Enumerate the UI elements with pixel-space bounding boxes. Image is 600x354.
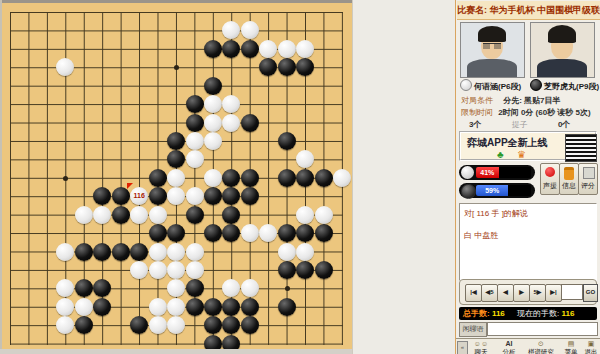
black-stone xyxy=(296,169,314,187)
chat-phrase-button[interactable]: 闲聊语 xyxy=(459,322,487,337)
cheer-button[interactable]: 声援 xyxy=(540,163,560,195)
briefcase-icon xyxy=(564,167,574,180)
black-stone xyxy=(112,187,130,205)
white-stone: 116 xyxy=(130,187,148,205)
board-bottom-edge xyxy=(0,349,352,354)
black-stone xyxy=(278,58,296,76)
white-player-photo xyxy=(460,22,525,78)
info-button-label: 信息 xyxy=(560,181,578,191)
black-stone xyxy=(186,206,204,224)
cheer-button-label: 声援 xyxy=(541,181,559,191)
conditions-label: 对局条件 xyxy=(461,96,493,105)
white-stone xyxy=(149,298,167,316)
commentary-box[interactable]: 对[ 116 手 ]的解说 白 中盘胜 xyxy=(459,203,597,281)
nav-back5-button[interactable]: ◀5 xyxy=(481,284,498,302)
white-stone xyxy=(204,132,222,150)
black-stone xyxy=(93,298,111,316)
black-stone xyxy=(186,298,204,316)
black-stone xyxy=(315,169,333,187)
black-winrate-value: 59% xyxy=(476,185,508,196)
white-stone xyxy=(204,114,222,132)
toolbar-ai-button[interactable]: AI 分析 xyxy=(497,340,521,354)
match-title: 比赛名: 华为手机杯 中国围棋甲级联赛 xyxy=(457,1,600,20)
black-stone xyxy=(204,298,222,316)
nav-back-button[interactable]: ◀ xyxy=(497,284,514,302)
black-stone xyxy=(149,187,167,205)
black-stone xyxy=(130,243,148,261)
white-stone xyxy=(130,206,148,224)
move-navigation: |◀ ◀5 ◀ ▶ 5▶ ▶| GO xyxy=(459,279,597,305)
black-stone xyxy=(186,95,204,113)
black-stone xyxy=(241,114,259,132)
white-player-shoulders xyxy=(467,59,517,78)
toolbar-research-label: 棋谱研究 xyxy=(528,348,554,354)
chat-row: 闲聊语 xyxy=(459,322,597,336)
white-stone xyxy=(56,243,74,261)
white-captures-count: 3个 xyxy=(469,120,481,129)
crown-icon: ♛ xyxy=(517,149,526,160)
black-stone xyxy=(315,261,333,279)
white-stone xyxy=(296,243,314,261)
last-move-flag-icon xyxy=(127,183,133,189)
time-limit-value: 2时间 0分 (60秒 读秒 5次) xyxy=(498,108,590,117)
captures-row: 3个 提子 0个 xyxy=(461,119,595,130)
move-number-label: 116 xyxy=(130,187,148,205)
white-stone xyxy=(278,243,296,261)
toolbar-ai-label: 分析 xyxy=(503,348,516,354)
move-number-input[interactable] xyxy=(561,284,583,300)
toolbar-exit-label: 退出 xyxy=(585,348,598,354)
white-stone xyxy=(222,114,240,132)
toolbar-exit-button[interactable]: ▣ 退出 xyxy=(582,340,600,354)
white-stone xyxy=(167,298,185,316)
notepad-icon xyxy=(583,167,595,179)
toolbar-chat-button[interactable]: ☺☺ 聊天 xyxy=(469,340,493,354)
black-player-name: 芝野虎丸(P9段) xyxy=(544,82,599,91)
black-winrate-track: 59% xyxy=(476,185,531,196)
white-stone xyxy=(149,243,167,261)
score-button[interactable]: 评分 xyxy=(578,163,598,195)
black-winrate-stone-icon xyxy=(461,184,476,199)
white-winrate-value: 41% xyxy=(476,167,499,178)
black-winrate-bar: 59% xyxy=(459,183,535,198)
toolbar-chat-label: 聊天 xyxy=(475,348,488,354)
white-stone xyxy=(167,243,185,261)
black-stone xyxy=(241,298,259,316)
chat-faces-icon: ☺☺ xyxy=(469,340,493,348)
white-stone xyxy=(149,316,167,334)
black-stone xyxy=(204,40,222,58)
white-stone xyxy=(75,298,93,316)
black-stone xyxy=(315,224,333,242)
white-stone xyxy=(241,224,259,242)
black-stone xyxy=(241,40,259,58)
black-player-row: 芝野虎丸(P9段) xyxy=(530,79,599,91)
white-stone xyxy=(186,243,204,261)
white-stone xyxy=(186,261,204,279)
black-stone xyxy=(75,243,93,261)
black-stone xyxy=(112,206,130,224)
white-stone xyxy=(186,132,204,150)
white-player-glasses xyxy=(483,43,501,49)
current-move-label: 现在的手数: xyxy=(517,309,559,318)
white-winrate-track: 41% xyxy=(476,167,531,178)
time-limit-row: 限制时间 2时间 0分 (60秒 读秒 5次) xyxy=(461,107,591,118)
board-top-edge xyxy=(0,0,352,3)
toolbar-research-button[interactable]: ⊙ 棋谱研究 xyxy=(524,340,558,354)
chat-input[interactable] xyxy=(487,322,598,336)
black-stone xyxy=(149,169,167,187)
current-move-value: 116 xyxy=(562,309,575,318)
nav-forward-button[interactable]: ▶ xyxy=(513,284,530,302)
white-stone xyxy=(333,169,351,187)
black-stone xyxy=(222,206,240,224)
black-captures-count: 0个 xyxy=(558,120,570,129)
app-banner[interactable]: 弈城APP全新上线 ♣ ♛ xyxy=(459,131,597,161)
door-icon: ▣ xyxy=(582,340,600,348)
black-stone xyxy=(278,132,296,150)
black-stone xyxy=(93,243,111,261)
black-stone xyxy=(204,224,222,242)
white-stone xyxy=(315,206,333,224)
white-winrate-bar: 41% xyxy=(459,165,535,180)
black-stone xyxy=(167,132,185,150)
white-stone xyxy=(204,95,222,113)
time-limit-label: 限制时间 xyxy=(461,108,493,117)
book-icon: ▤ xyxy=(560,340,582,348)
white-stone xyxy=(278,40,296,58)
total-moves-value: 116 xyxy=(492,309,505,318)
white-stone xyxy=(149,261,167,279)
bottom-toolbar: « ☺☺ 聊天 AI 分析 ⊙ 棋谱研究 ▤ 菜单 ▣ 退出 xyxy=(456,338,600,354)
black-player-photo xyxy=(530,22,595,78)
go-button[interactable]: GO xyxy=(583,284,598,302)
black-stone xyxy=(112,243,130,261)
go-board[interactable]: 116 xyxy=(0,0,352,354)
white-player-name: 何语涵(P6段) xyxy=(474,82,521,91)
cheer-ball-icon xyxy=(545,167,555,177)
nav-first-button[interactable]: |◀ xyxy=(465,284,482,302)
black-stone-icon xyxy=(530,79,542,91)
white-player-hair xyxy=(478,26,506,42)
collapse-button[interactable]: « xyxy=(457,341,468,354)
commentary-result-line: 白 中盘胜 xyxy=(464,230,498,241)
qr-code xyxy=(565,134,597,162)
black-stone xyxy=(278,298,296,316)
white-stone xyxy=(296,206,314,224)
black-stone xyxy=(186,114,204,132)
app-banner-text: 弈城APP全新上线 xyxy=(467,136,548,150)
ai-icon: AI xyxy=(497,340,521,348)
black-stone xyxy=(186,279,204,297)
black-player-hair xyxy=(548,25,576,43)
total-moves-label: 总手数: xyxy=(463,309,490,318)
black-player-shoulders xyxy=(537,59,587,78)
white-stone xyxy=(186,150,204,168)
score-button-label: 评分 xyxy=(579,181,597,191)
white-stone xyxy=(204,169,222,187)
magnifier-icon: ⊙ xyxy=(524,340,558,348)
conditions-row: 对局条件 分先: 黑贴7目半 xyxy=(461,95,561,106)
black-stone xyxy=(75,316,93,334)
board-gutter xyxy=(352,0,456,354)
nav-last-button[interactable]: ▶| xyxy=(545,284,562,302)
white-player-row: 何语涵(P6段) xyxy=(460,79,521,91)
toolbar-menu-label: 菜单 xyxy=(565,348,578,354)
black-stone xyxy=(278,169,296,187)
black-stone xyxy=(241,169,259,187)
move-count-bar: 总手数: 116 现在的手数: 116 xyxy=(459,307,597,320)
white-stone xyxy=(186,187,204,205)
white-stone xyxy=(149,206,167,224)
nav-forward5-button[interactable]: 5▶ xyxy=(529,284,546,302)
game-info-panel: 比赛名: 华为手机杯 中国围棋甲级联赛 何语涵(P6段) 芝野虎丸(P9段) 对… xyxy=(455,0,600,354)
black-stone xyxy=(149,224,167,242)
white-stone xyxy=(75,206,93,224)
club-icon: ♣ xyxy=(497,149,504,160)
white-winrate-stone-icon xyxy=(461,166,474,179)
info-button[interactable]: 信息 xyxy=(559,163,579,195)
board-left-edge xyxy=(0,0,2,354)
conditions-value: 分先: 黑贴7目半 xyxy=(503,96,560,105)
black-stone xyxy=(204,77,222,95)
black-stone xyxy=(278,261,296,279)
white-stone xyxy=(296,40,314,58)
white-stone-icon xyxy=(460,79,472,91)
white-stone xyxy=(167,261,185,279)
commentary-move-line: 对[ 116 手 ]的解说 xyxy=(464,208,528,219)
white-stone xyxy=(93,206,111,224)
black-stone xyxy=(278,224,296,242)
white-stone xyxy=(167,169,185,187)
toolbar-menu-button[interactable]: ▤ 菜单 xyxy=(560,340,582,354)
captures-label: 提子 xyxy=(512,120,528,129)
eweiqi-window: 116 比赛名: 华为手机杯 中国围棋甲级联赛 何语涵(P6段) 芝野虎丸(P9… xyxy=(0,0,600,354)
